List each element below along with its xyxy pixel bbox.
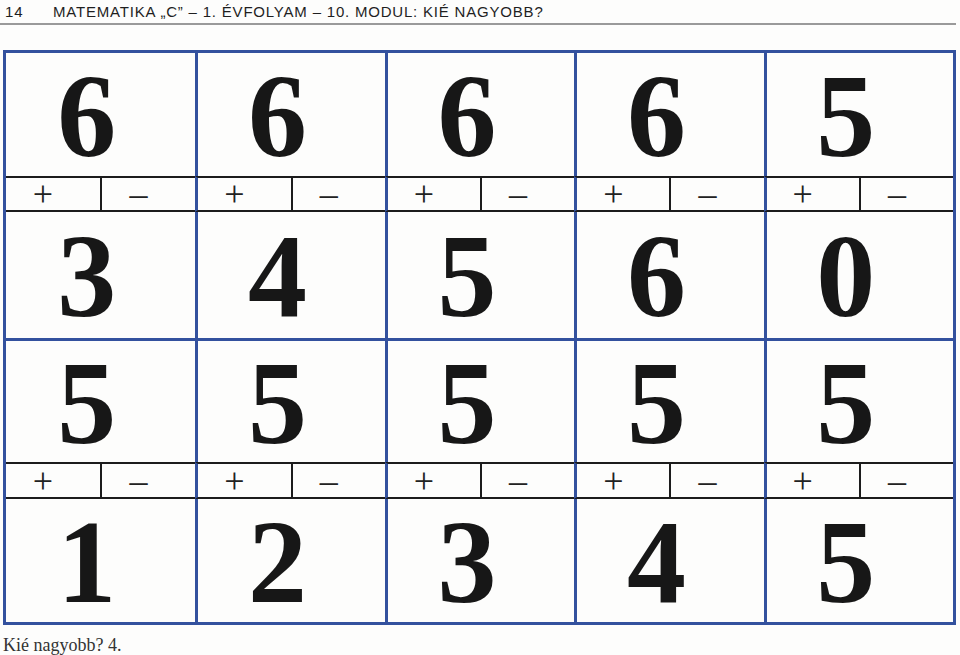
plus-sign: +: [793, 176, 813, 212]
sign-strip: + –: [574, 176, 763, 212]
card-top-number: 6: [574, 53, 763, 176]
plus-sign: +: [224, 463, 244, 499]
minus-sign: –: [320, 176, 338, 212]
plus-cell: +: [577, 464, 671, 497]
plus-cell: +: [6, 464, 102, 497]
plus-cell: +: [767, 464, 861, 497]
minus-cell: –: [102, 178, 196, 210]
minus-sign: –: [509, 176, 527, 212]
worksheet-grid: 6 6 6 6 5 + – + – + – + – + – 3 4 5 6 0: [3, 50, 956, 625]
sign-strip: + –: [385, 462, 574, 499]
card-bottom-number: 4: [574, 499, 763, 622]
plus-cell: +: [6, 178, 102, 210]
plus-sign: +: [793, 463, 813, 499]
card-bottom-number: 5: [385, 212, 574, 338]
card-bottom-number: 3: [6, 212, 195, 338]
card-top-number: 5: [574, 338, 763, 462]
minus-cell: –: [861, 178, 953, 210]
card-top-number: 5: [195, 338, 384, 462]
minus-sign: –: [888, 463, 906, 499]
worksheet-page: 14 MATEMATIKA „C” – 1. ÉVFOLYAM – 10. MO…: [0, 0, 960, 655]
page-title: MATEMATIKA „C” – 1. ÉVFOLYAM – 10. MODUL…: [53, 3, 544, 20]
minus-cell: –: [671, 464, 763, 497]
card-top-number: 5: [764, 338, 953, 462]
sign-strip: + –: [6, 176, 195, 212]
sign-strip: + –: [574, 462, 763, 499]
card-top-number: 6: [385, 53, 574, 176]
card-top-number: 5: [6, 338, 195, 462]
card-bottom-number: 6: [574, 212, 763, 338]
card-bottom-number: 0: [764, 212, 953, 338]
plus-sign: +: [224, 176, 244, 212]
minus-sign: –: [130, 176, 148, 212]
minus-cell: –: [293, 178, 385, 210]
card-top-number: 6: [6, 53, 195, 176]
plus-sign: +: [414, 176, 434, 212]
minus-cell: –: [482, 464, 574, 497]
minus-sign: –: [509, 463, 527, 499]
minus-cell: –: [102, 464, 196, 497]
minus-sign: –: [320, 463, 338, 499]
plus-cell: +: [198, 464, 292, 497]
card-bottom-number: 1: [6, 499, 195, 622]
minus-cell: –: [861, 464, 953, 497]
minus-sign: –: [130, 463, 148, 499]
plus-sign: +: [603, 176, 623, 212]
sign-strip: + –: [764, 176, 953, 212]
sign-strip: + –: [195, 462, 384, 499]
plus-sign: +: [414, 463, 434, 499]
minus-sign: –: [888, 176, 906, 212]
plus-cell: +: [198, 178, 292, 210]
plus-cell: +: [577, 178, 671, 210]
card-top-number: 5: [764, 53, 953, 176]
card-bottom-number: 5: [764, 499, 953, 622]
page-number: 14: [5, 3, 23, 20]
minus-cell: –: [482, 178, 574, 210]
header-rule: [0, 23, 956, 25]
minus-cell: –: [293, 464, 385, 497]
sign-strip: + –: [6, 462, 195, 499]
card-top-number: 5: [385, 338, 574, 462]
card-bottom-number: 3: [385, 499, 574, 622]
plus-cell: +: [388, 178, 482, 210]
minus-sign: –: [698, 463, 716, 499]
card-top-number: 6: [195, 53, 384, 176]
minus-cell: –: [671, 178, 763, 210]
sign-strip: + –: [764, 462, 953, 499]
plus-sign: +: [603, 463, 623, 499]
plus-cell: +: [388, 464, 482, 497]
footer-caption: Kié nagyobb? 4.: [3, 635, 121, 655]
plus-sign: +: [33, 176, 53, 212]
plus-sign: +: [33, 463, 53, 499]
minus-sign: –: [698, 176, 716, 212]
sign-strip: + –: [385, 176, 574, 212]
sign-strip: + –: [195, 176, 384, 212]
card-bottom-number: 4: [195, 212, 384, 338]
card-bottom-number: 2: [195, 499, 384, 622]
plus-cell: +: [767, 178, 861, 210]
